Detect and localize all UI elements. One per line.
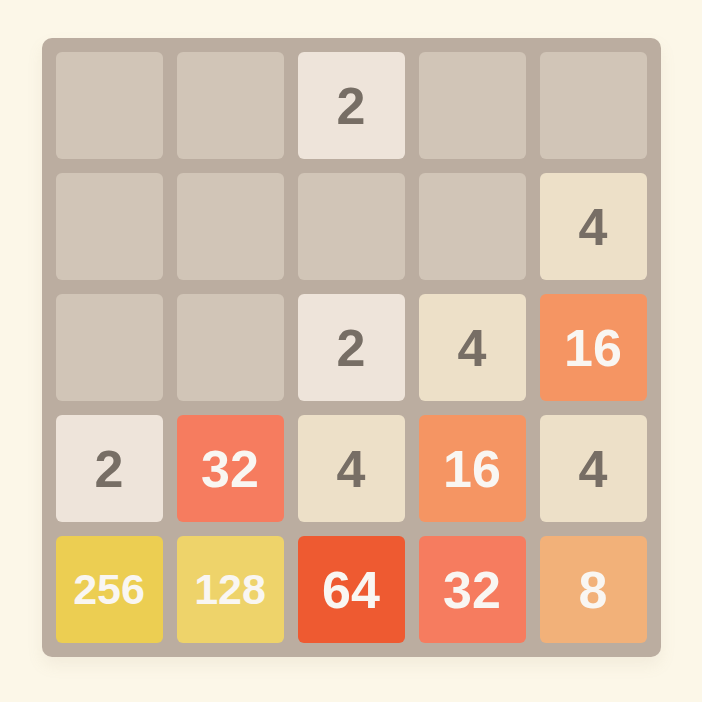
tile-value: 4 [579,201,608,253]
tile-4-r2c5: 4 [540,173,647,280]
tile-16-r4c4: 16 [419,415,526,522]
tile-16-r3c5: 16 [540,294,647,401]
game-board-2048[interactable]: 242416232416425612864328 [42,38,661,657]
tile-8-r5c5: 8 [540,536,647,643]
tile-value: 256 [73,568,145,611]
empty-cell-r2c2 [177,173,284,280]
empty-cell-r1c2 [177,52,284,159]
empty-cell-r3c1 [56,294,163,401]
empty-cell-r2c3 [298,173,405,280]
tile-32-r4c2: 32 [177,415,284,522]
tile-value: 16 [564,322,622,374]
tile-value: 2 [337,322,366,374]
tile-4-r4c5: 4 [540,415,647,522]
empty-cell-r2c1 [56,173,163,280]
tile-2-r4c1: 2 [56,415,163,522]
tile-value: 8 [579,564,608,616]
tile-value: 2 [337,80,366,132]
empty-cell-r1c5 [540,52,647,159]
empty-cell-r1c1 [56,52,163,159]
tile-128-r5c2: 128 [177,536,284,643]
tile-2-r3c3: 2 [298,294,405,401]
tile-value: 4 [579,443,608,495]
tile-value: 4 [458,322,487,374]
tile-value: 16 [443,443,501,495]
tile-4-r3c4: 4 [419,294,526,401]
tile-value: 32 [443,564,501,616]
tile-value: 128 [194,568,266,611]
tile-32-r5c4: 32 [419,536,526,643]
empty-cell-r1c4 [419,52,526,159]
tile-2-r1c3: 2 [298,52,405,159]
empty-cell-r2c4 [419,173,526,280]
tile-value: 64 [322,564,380,616]
tile-value: 4 [337,443,366,495]
tile-value: 2 [95,443,124,495]
tile-4-r4c3: 4 [298,415,405,522]
tile-256-r5c1: 256 [56,536,163,643]
tile-64-r5c3: 64 [298,536,405,643]
empty-cell-r3c2 [177,294,284,401]
tile-value: 32 [201,443,259,495]
